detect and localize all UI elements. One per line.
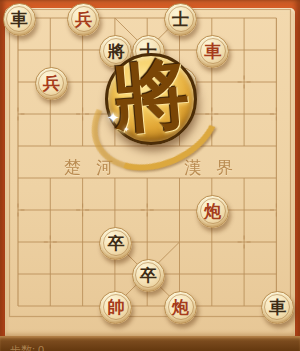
piece-red-帥[interactable]: 帥: [99, 291, 132, 324]
piece-black-車[interactable]: 車: [3, 3, 36, 36]
sparkle-icon: ✦: [123, 125, 130, 134]
piece-character: 帥: [107, 299, 124, 316]
piece-red-車[interactable]: 車: [196, 35, 229, 68]
sparkle-icon: ✦: [107, 109, 120, 127]
piece-character: 車: [204, 43, 221, 60]
piece-red-炮[interactable]: 炮: [196, 195, 229, 228]
piece-character: 車: [11, 11, 28, 28]
piece-black-士[interactable]: 士: [164, 3, 197, 36]
check-badge: 將 ✦ ✦: [103, 51, 199, 147]
piece-character: 車: [269, 299, 286, 316]
move-counter-label: 步数: 0: [10, 343, 44, 351]
piece-character: 士: [172, 11, 189, 28]
piece-character: 卒: [107, 235, 124, 252]
piece-black-車[interactable]: 車: [261, 291, 294, 324]
piece-red-兵[interactable]: 兵: [67, 3, 100, 36]
piece-black-卒[interactable]: 卒: [132, 259, 165, 292]
piece-character: 炮: [204, 203, 221, 220]
piece-character: 卒: [140, 267, 157, 284]
piece-character: 兵: [43, 75, 60, 92]
piece-black-卒[interactable]: 卒: [99, 227, 132, 260]
piece-character: 兵: [75, 11, 92, 28]
game-screen: 楚河 漢界 車兵士將士車兵馬炮卒卒帥炮車 將 ✦ ✦ 步数: 0: [0, 0, 300, 351]
piece-character: 炮: [172, 299, 189, 316]
bottom-bar: 步数: 0: [0, 336, 300, 351]
piece-red-炮[interactable]: 炮: [164, 291, 197, 324]
piece-red-兵[interactable]: 兵: [35, 67, 68, 100]
river-label-han: 漢界: [184, 158, 248, 178]
